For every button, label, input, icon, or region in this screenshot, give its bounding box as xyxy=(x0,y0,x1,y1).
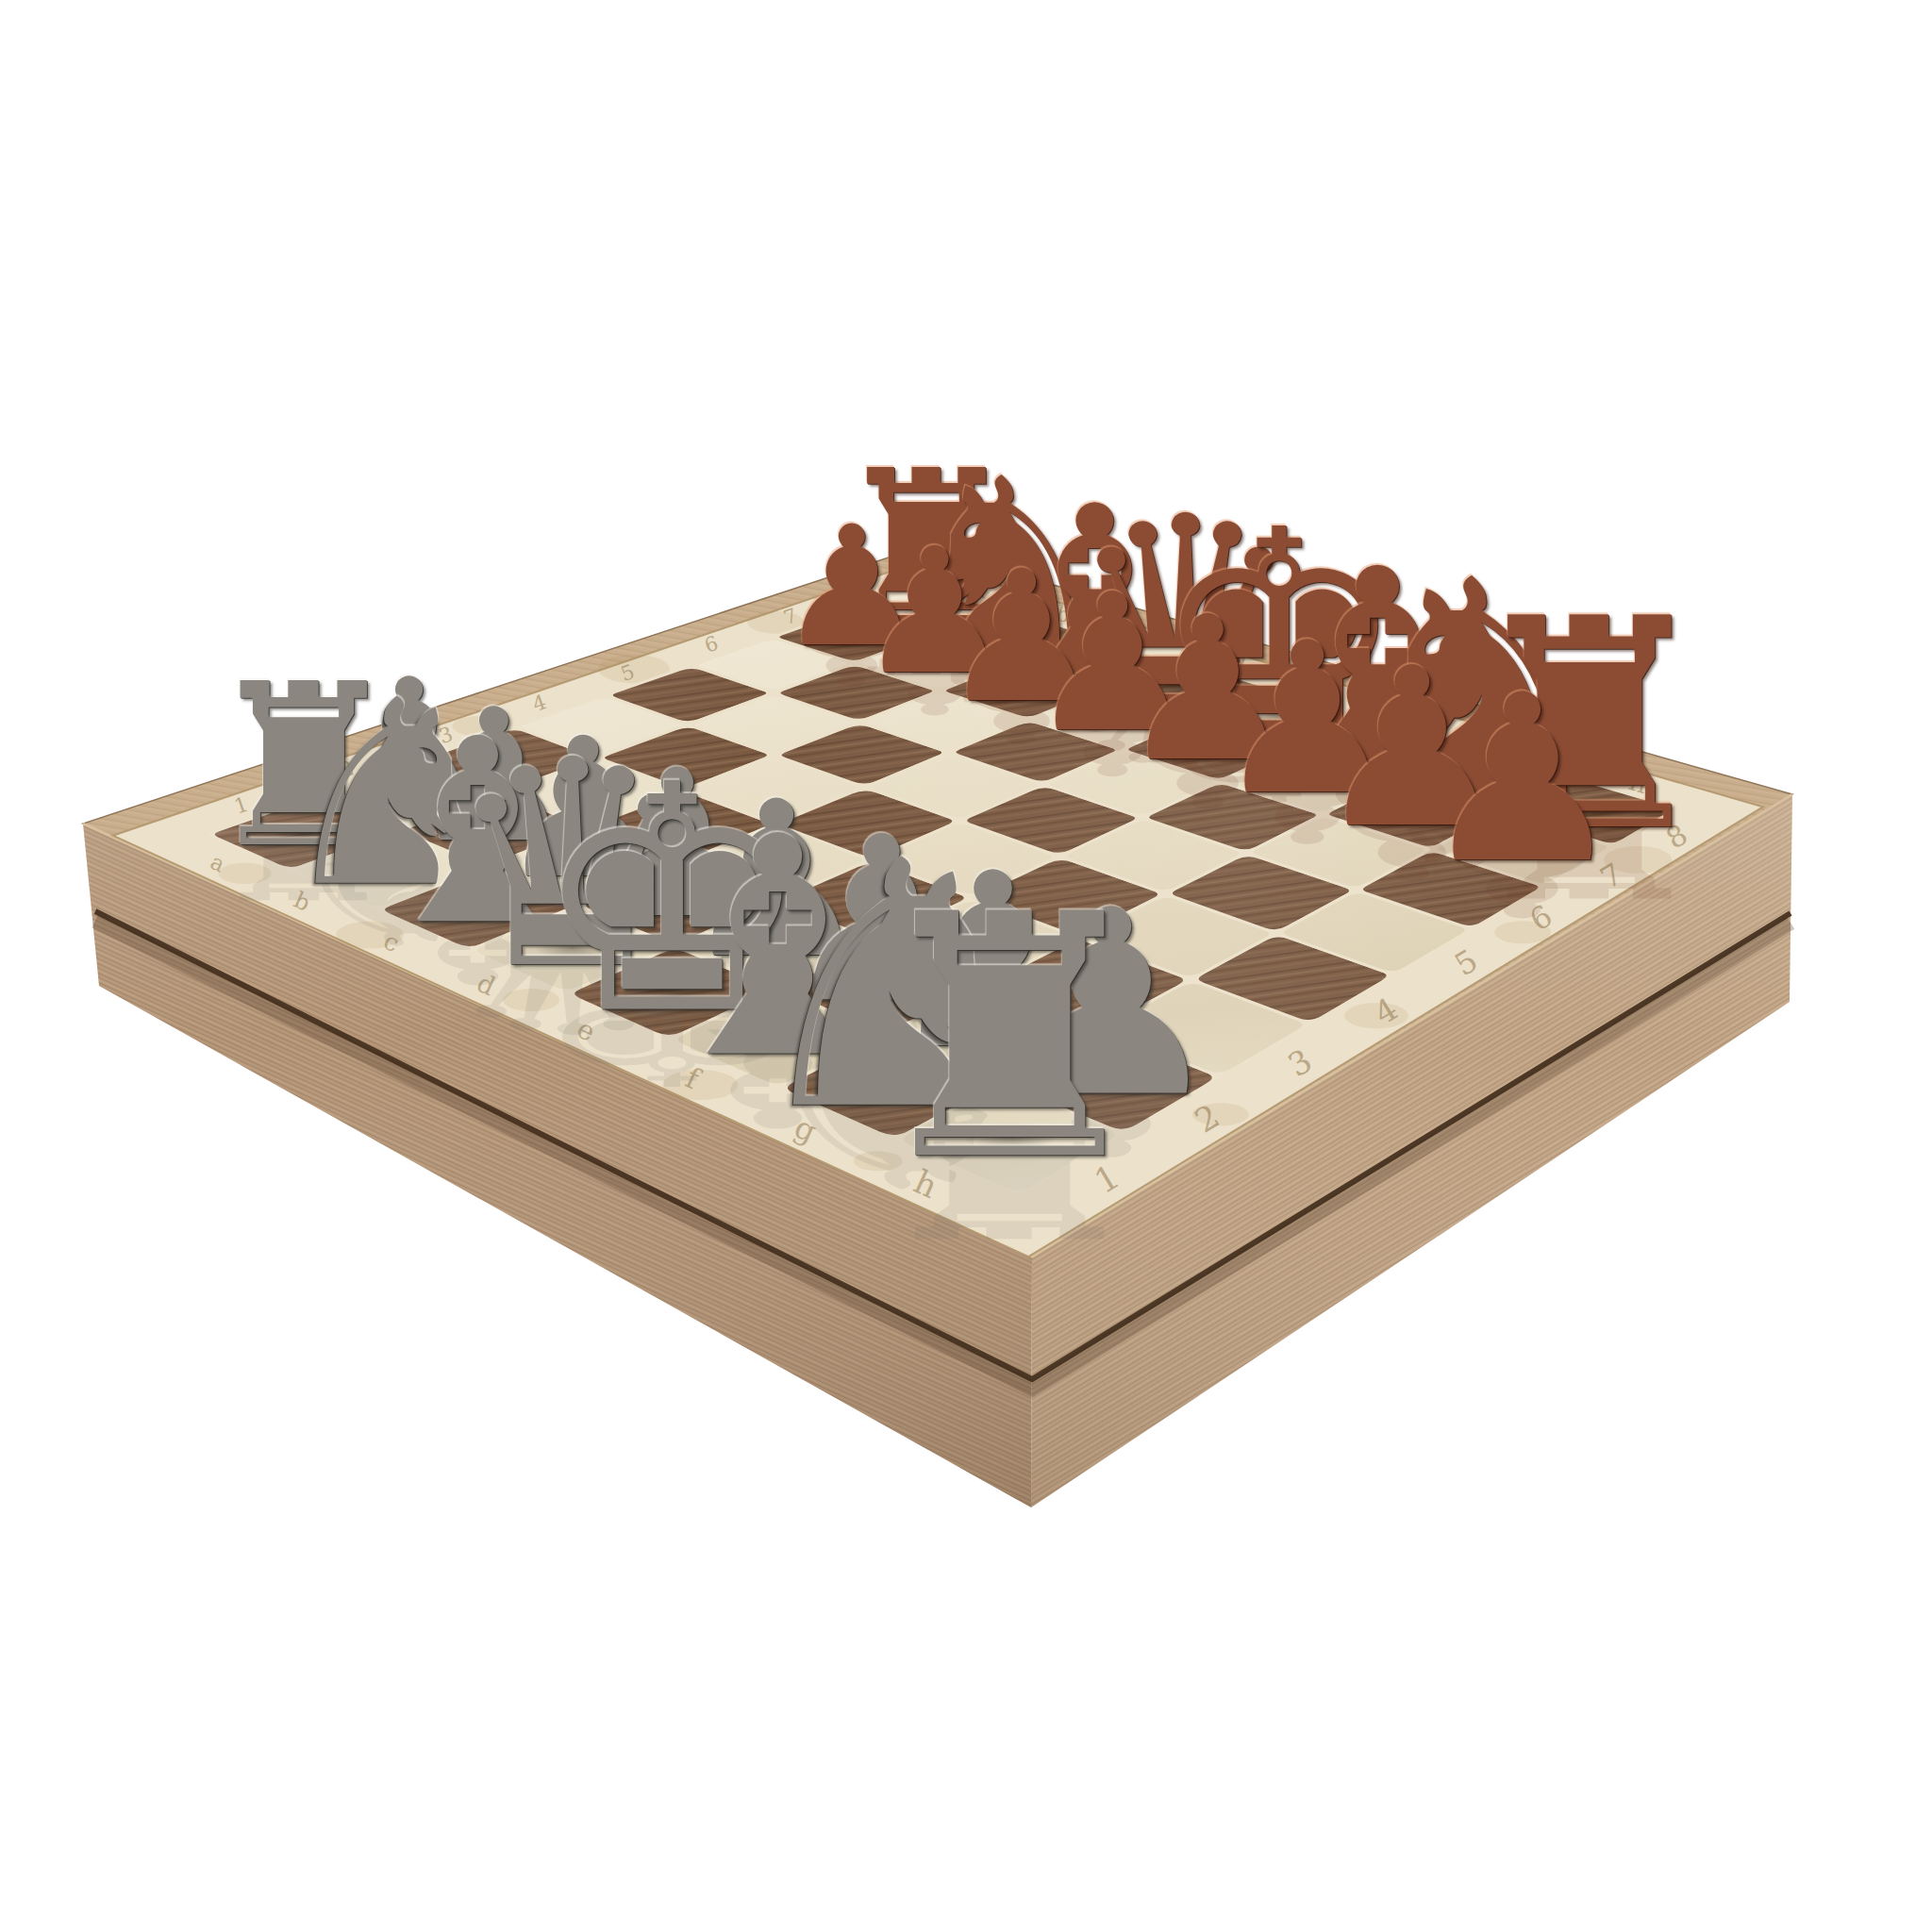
border-stain xyxy=(503,989,559,1011)
border-stain xyxy=(287,768,343,791)
roman-chess-set-photo: aabbccddeeffgghh1122334455667788 ♜♜♞♞♟♟♝… xyxy=(0,0,1932,1932)
chess-board: aabbccddeeffgghh1122334455667788 xyxy=(0,0,1932,1932)
border-stain xyxy=(218,863,271,884)
border-stain xyxy=(854,1152,903,1172)
